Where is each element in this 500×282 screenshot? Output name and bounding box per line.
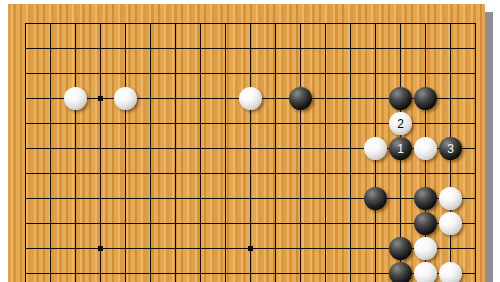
stone-white — [64, 87, 87, 110]
grid-line-vertical — [225, 23, 226, 282]
grid-line-horizontal — [25, 73, 476, 74]
stone-white — [414, 137, 437, 160]
grid-line-horizontal — [25, 173, 476, 174]
stone-white: 2 — [389, 112, 412, 135]
move-number-label: 1 — [397, 143, 404, 155]
grid-line-horizontal — [25, 223, 476, 224]
stone-white — [439, 212, 462, 235]
board-shadow — [485, 12, 493, 282]
app-window: 213 — [0, 0, 500, 282]
grid-line-vertical — [475, 23, 476, 282]
stone-black — [414, 87, 437, 110]
stone-black — [389, 262, 412, 282]
stone-white — [414, 262, 437, 282]
stone-white — [414, 237, 437, 260]
move-number-label: 3 — [447, 143, 454, 155]
grid-line-vertical — [275, 23, 276, 282]
grid-line-vertical — [300, 23, 301, 282]
stone-black — [414, 212, 437, 235]
stone-white — [364, 137, 387, 160]
grid-line-vertical — [50, 23, 51, 282]
star-point — [98, 96, 103, 101]
grid-line-vertical — [325, 23, 326, 282]
grid-line-vertical — [25, 23, 26, 282]
grid-line-vertical — [200, 23, 201, 282]
stone-black: 3 — [439, 137, 462, 160]
grid-line-vertical — [75, 23, 76, 282]
stone-black — [389, 237, 412, 260]
star-point — [248, 246, 253, 251]
move-number-label: 2 — [397, 118, 404, 130]
grid-line-horizontal — [25, 198, 476, 199]
grid-line-horizontal — [25, 23, 476, 24]
stone-white — [239, 87, 262, 110]
grid-line-vertical — [100, 23, 101, 282]
grid-line-vertical — [175, 23, 176, 282]
grid-line-vertical — [150, 23, 151, 282]
grid-line-vertical — [125, 23, 126, 282]
grid-line-vertical — [250, 23, 251, 282]
go-board[interactable]: 213 — [8, 4, 485, 282]
stone-black — [389, 87, 412, 110]
grid-line-horizontal — [25, 48, 476, 49]
stone-white — [439, 187, 462, 210]
stone-black — [289, 87, 312, 110]
stone-black — [364, 187, 387, 210]
stone-black: 1 — [389, 137, 412, 160]
stone-black — [414, 187, 437, 210]
stone-white — [439, 262, 462, 282]
grid-line-vertical — [350, 23, 351, 282]
stone-white — [114, 87, 137, 110]
star-point — [98, 246, 103, 251]
